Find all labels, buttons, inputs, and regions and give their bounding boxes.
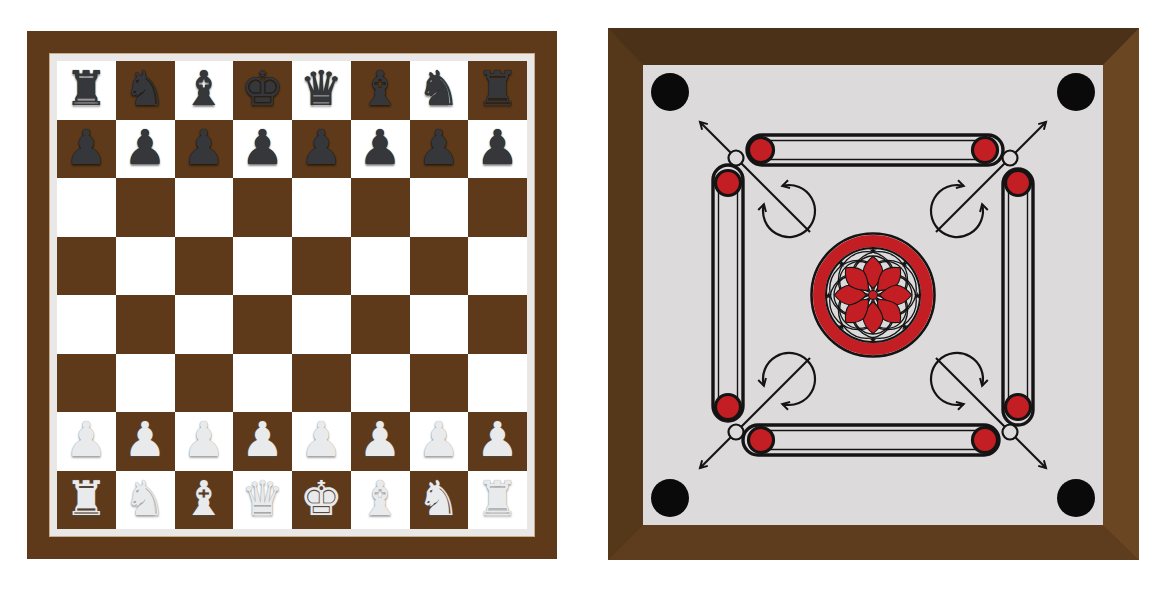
square-b5[interactable] bbox=[116, 237, 175, 296]
black-pawn-piece[interactable]: ♟ bbox=[359, 123, 402, 171]
white-bishop-piece[interactable]: ♝ bbox=[359, 474, 402, 522]
square-e7[interactable]: ♟ bbox=[292, 120, 351, 179]
square-g7[interactable]: ♟ bbox=[410, 120, 469, 179]
white-queen-piece[interactable]: ♛ bbox=[241, 474, 284, 522]
square-f4[interactable] bbox=[351, 295, 410, 354]
square-g6[interactable] bbox=[410, 178, 469, 237]
black-pawn-piece[interactable]: ♟ bbox=[476, 123, 519, 171]
square-a4[interactable] bbox=[57, 295, 116, 354]
black-pawn-piece[interactable]: ♟ bbox=[241, 123, 284, 171]
svg-text:★: ★ bbox=[900, 321, 909, 332]
white-rook-piece[interactable]: ♜ bbox=[476, 474, 519, 522]
white-knight-piece[interactable]: ♞ bbox=[417, 474, 460, 522]
center-circle-motif: ★★ ★★ ★★ ★★ bbox=[812, 234, 935, 357]
square-g3[interactable] bbox=[410, 354, 469, 413]
square-d2[interactable]: ♟ bbox=[233, 412, 292, 471]
white-rook-piece[interactable]: ♜ bbox=[65, 474, 108, 522]
square-f5[interactable] bbox=[351, 237, 410, 296]
square-f2[interactable]: ♟ bbox=[351, 412, 410, 471]
black-knight-piece[interactable]: ♞ bbox=[417, 64, 460, 112]
square-g1[interactable]: ♞ bbox=[410, 471, 469, 530]
black-queen-piece[interactable]: ♛ bbox=[300, 64, 343, 112]
carrom-markings: ★★ ★★ ★★ ★★ bbox=[643, 65, 1103, 525]
square-h2[interactable]: ♟ bbox=[468, 412, 527, 471]
square-c7[interactable]: ♟ bbox=[175, 120, 234, 179]
black-rook-piece[interactable]: ♜ bbox=[65, 64, 108, 112]
square-c2[interactable]: ♟ bbox=[175, 412, 234, 471]
page: ♜♞♝♚♛♝♞♜♟♟♟♟♟♟♟♟♟♟♟♟♟♟♟♟♜♞♝♛♚♝♞♜ bbox=[0, 0, 1165, 591]
white-pawn-piece[interactable]: ♟ bbox=[417, 415, 460, 463]
square-c8[interactable]: ♝ bbox=[175, 61, 234, 120]
white-pawn-piece[interactable]: ♟ bbox=[65, 415, 108, 463]
black-pawn-piece[interactable]: ♟ bbox=[124, 123, 167, 171]
square-c6[interactable] bbox=[175, 178, 234, 237]
square-d8[interactable]: ♚ bbox=[233, 61, 292, 120]
center-dot bbox=[869, 291, 878, 300]
square-d6[interactable] bbox=[233, 178, 292, 237]
white-pawn-piece[interactable]: ♟ bbox=[300, 415, 343, 463]
square-c4[interactable] bbox=[175, 295, 234, 354]
square-a7[interactable]: ♟ bbox=[57, 120, 116, 179]
square-g8[interactable]: ♞ bbox=[410, 61, 469, 120]
white-bishop-piece[interactable]: ♝ bbox=[182, 474, 225, 522]
white-knight-piece[interactable]: ♞ bbox=[124, 474, 167, 522]
square-d4[interactable] bbox=[233, 295, 292, 354]
black-king-piece[interactable]: ♚ bbox=[241, 64, 284, 112]
square-b6[interactable] bbox=[116, 178, 175, 237]
square-f7[interactable]: ♟ bbox=[351, 120, 410, 179]
square-e4[interactable] bbox=[292, 295, 351, 354]
square-e5[interactable] bbox=[292, 237, 351, 296]
square-h1[interactable]: ♜ bbox=[468, 471, 527, 530]
black-bishop-piece[interactable]: ♝ bbox=[359, 64, 402, 112]
square-h3[interactable] bbox=[468, 354, 527, 413]
svg-text:★: ★ bbox=[837, 321, 846, 332]
svg-text:★: ★ bbox=[869, 334, 878, 345]
square-f1[interactable]: ♝ bbox=[351, 471, 410, 530]
square-a1[interactable]: ♜ bbox=[57, 471, 116, 530]
square-b2[interactable]: ♟ bbox=[116, 412, 175, 471]
square-g5[interactable] bbox=[410, 237, 469, 296]
black-pawn-piece[interactable]: ♟ bbox=[182, 123, 225, 171]
white-pawn-piece[interactable]: ♟ bbox=[124, 415, 167, 463]
white-pawn-piece[interactable]: ♟ bbox=[182, 415, 225, 463]
pocket-bottom-right bbox=[1057, 479, 1095, 517]
black-knight-piece[interactable]: ♞ bbox=[124, 64, 167, 112]
black-bishop-piece[interactable]: ♝ bbox=[182, 64, 225, 112]
square-e6[interactable] bbox=[292, 178, 351, 237]
pocket-top-left bbox=[651, 73, 689, 111]
square-e8[interactable]: ♛ bbox=[292, 61, 351, 120]
white-pawn-piece[interactable]: ♟ bbox=[476, 415, 519, 463]
square-e1[interactable]: ♚ bbox=[292, 471, 351, 530]
square-a3[interactable] bbox=[57, 354, 116, 413]
square-e3[interactable] bbox=[292, 354, 351, 413]
square-a5[interactable] bbox=[57, 237, 116, 296]
square-b7[interactable]: ♟ bbox=[116, 120, 175, 179]
square-b4[interactable] bbox=[116, 295, 175, 354]
svg-text:★: ★ bbox=[900, 258, 909, 269]
square-d3[interactable] bbox=[233, 354, 292, 413]
square-h6[interactable] bbox=[468, 178, 527, 237]
square-b1[interactable]: ♞ bbox=[116, 471, 175, 530]
svg-text:★: ★ bbox=[824, 290, 833, 301]
chess-squares: ♜♞♝♚♛♝♞♜♟♟♟♟♟♟♟♟♟♟♟♟♟♟♟♟♜♞♝♛♚♝♞♜ bbox=[57, 61, 527, 529]
square-c3[interactable] bbox=[175, 354, 234, 413]
square-b3[interactable] bbox=[116, 354, 175, 413]
black-pawn-piece[interactable]: ♟ bbox=[300, 123, 343, 171]
square-a8[interactable]: ♜ bbox=[57, 61, 116, 120]
square-h8[interactable]: ♜ bbox=[468, 61, 527, 120]
square-g2[interactable]: ♟ bbox=[410, 412, 469, 471]
white-pawn-piece[interactable]: ♟ bbox=[359, 415, 402, 463]
svg-text:★: ★ bbox=[837, 258, 846, 269]
square-a6[interactable] bbox=[57, 178, 116, 237]
square-c5[interactable] bbox=[175, 237, 234, 296]
square-f6[interactable] bbox=[351, 178, 410, 237]
svg-text:★: ★ bbox=[913, 290, 922, 301]
square-d5[interactable] bbox=[233, 237, 292, 296]
pocket-top-right bbox=[1057, 73, 1095, 111]
black-rook-piece[interactable]: ♜ bbox=[476, 64, 519, 112]
square-d7[interactable]: ♟ bbox=[233, 120, 292, 179]
pocket-bottom-left bbox=[651, 479, 689, 517]
square-a2[interactable]: ♟ bbox=[57, 412, 116, 471]
black-pawn-piece[interactable]: ♟ bbox=[65, 123, 108, 171]
square-h4[interactable] bbox=[468, 295, 527, 354]
square-f8[interactable]: ♝ bbox=[351, 61, 410, 120]
square-f3[interactable] bbox=[351, 354, 410, 413]
square-g4[interactable] bbox=[410, 295, 469, 354]
square-e2[interactable]: ♟ bbox=[292, 412, 351, 471]
square-h7[interactable]: ♟ bbox=[468, 120, 527, 179]
square-d1[interactable]: ♛ bbox=[233, 471, 292, 530]
white-pawn-piece[interactable]: ♟ bbox=[241, 415, 284, 463]
carrom-board[interactable]: ★★ ★★ ★★ ★★ bbox=[608, 28, 1139, 560]
svg-text:★: ★ bbox=[869, 245, 878, 256]
white-king-piece[interactable]: ♚ bbox=[300, 474, 343, 522]
black-pawn-piece[interactable]: ♟ bbox=[417, 123, 460, 171]
square-b8[interactable]: ♞ bbox=[116, 61, 175, 120]
square-c1[interactable]: ♝ bbox=[175, 471, 234, 530]
square-h5[interactable] bbox=[468, 237, 527, 296]
chess-board[interactable]: ♜♞♝♚♛♝♞♜♟♟♟♟♟♟♟♟♟♟♟♟♟♟♟♟♜♞♝♛♚♝♞♜ bbox=[27, 31, 557, 559]
